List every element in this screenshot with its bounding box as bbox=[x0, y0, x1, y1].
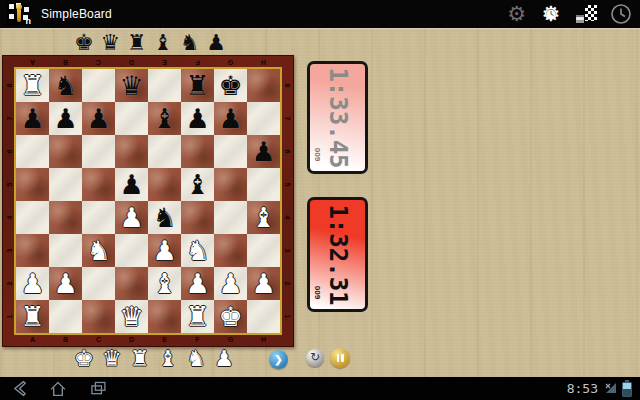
coord-label: 5 bbox=[271, 180, 304, 190]
square-c3[interactable]: ♞ bbox=[82, 234, 115, 267]
piece-wB-e2: ♝ bbox=[148, 267, 181, 300]
coord-label: 7 bbox=[271, 114, 304, 124]
square-d2[interactable] bbox=[115, 267, 148, 300]
floppy-icon bbox=[576, 15, 584, 23]
piece-wN-c3: ♞ bbox=[82, 234, 115, 267]
square-g8[interactable]: ♚ bbox=[214, 69, 247, 102]
square-f8[interactable]: ♜ bbox=[181, 69, 214, 102]
chevron-right-icon: ❯ bbox=[274, 354, 282, 365]
square-f3[interactable]: ♞ bbox=[181, 234, 214, 267]
square-c1[interactable] bbox=[82, 300, 115, 333]
clock-icon[interactable] bbox=[610, 3, 632, 25]
square-g6[interactable] bbox=[214, 135, 247, 168]
coord-label: 7 bbox=[0, 114, 26, 124]
square-g3[interactable] bbox=[214, 234, 247, 267]
coord-label: F bbox=[181, 335, 214, 345]
square-c6[interactable] bbox=[82, 135, 115, 168]
rank-labels-right: 87654321 bbox=[282, 69, 292, 333]
app-title: SimpleBoard bbox=[41, 7, 112, 21]
coord-label: 1 bbox=[0, 312, 26, 322]
coord-label: D bbox=[115, 335, 148, 345]
piece-bR-f8: ♜ bbox=[181, 69, 214, 102]
square-g7[interactable]: ♟ bbox=[214, 102, 247, 135]
system-clock[interactable]: 8:53 bbox=[567, 381, 598, 396]
rotate-button[interactable]: ↻ bbox=[306, 349, 324, 367]
piece-wP-f2: ♟ bbox=[181, 267, 214, 300]
chess-board: ABCDEFGH ABCDEFGH 87654321 87654321 ♜♞♛♜… bbox=[2, 55, 294, 347]
palette-piece-bK[interactable]: ♚ bbox=[74, 30, 94, 56]
coord-label: A bbox=[16, 57, 49, 67]
square-d5[interactable]: ♟ bbox=[115, 168, 148, 201]
palette-piece-wR[interactable]: ♜ bbox=[130, 345, 150, 372]
clock-black-control: 600 bbox=[313, 148, 322, 161]
piece-bP-d5: ♟ bbox=[115, 168, 148, 201]
square-g5[interactable] bbox=[214, 168, 247, 201]
square-f1[interactable]: ♜ bbox=[181, 300, 214, 333]
black-piece-palette: ♚♛♜♝♞♟ bbox=[74, 30, 226, 56]
square-c7[interactable]: ♟ bbox=[82, 102, 115, 135]
checkerboard-icon bbox=[585, 5, 597, 21]
coord-label: B bbox=[49, 335, 82, 345]
square-f7[interactable]: ♟ bbox=[181, 102, 214, 135]
piece-bB-f5: ♝ bbox=[181, 168, 214, 201]
square-g4[interactable] bbox=[214, 201, 247, 234]
square-d1[interactable]: ♛ bbox=[115, 300, 148, 333]
coord-label: B bbox=[49, 57, 82, 67]
piece-bP-b7: ♟ bbox=[49, 102, 82, 135]
coord-label: 8 bbox=[271, 81, 304, 91]
square-b3[interactable] bbox=[49, 234, 82, 267]
coord-label: 2 bbox=[0, 279, 26, 289]
signal-icon bbox=[605, 382, 618, 394]
piece-bN-e4: ♞ bbox=[148, 201, 181, 234]
coord-label: 3 bbox=[271, 246, 304, 256]
board-squares: ♜♞♛♜♚♟♟♟♝♟♟♟♟♝♟♞♝♞♟♞♟♟♝♟♟♟♜♛♜♚ bbox=[14, 67, 282, 335]
piece-wP-g2: ♟ bbox=[214, 267, 247, 300]
piece-wQ-d1: ♛ bbox=[115, 300, 148, 333]
piece-wP-d4: ♟ bbox=[115, 201, 148, 234]
piece-wR-f1: ♜ bbox=[181, 300, 214, 333]
recent-apps-button[interactable] bbox=[88, 379, 108, 398]
palette-piece-wQ[interactable]: ♛ bbox=[102, 345, 122, 372]
piece-bK-g8: ♚ bbox=[214, 69, 247, 102]
next-button[interactable]: ❯ bbox=[269, 350, 288, 369]
coord-label: 6 bbox=[0, 147, 26, 157]
piece-bN-b8: ♞ bbox=[49, 69, 82, 102]
coord-label: 1 bbox=[271, 312, 304, 322]
coord-label: 4 bbox=[0, 213, 26, 223]
square-g1[interactable]: ♚ bbox=[214, 300, 247, 333]
coord-label: 3 bbox=[0, 246, 26, 256]
square-b1[interactable] bbox=[49, 300, 82, 333]
square-e1[interactable] bbox=[148, 300, 181, 333]
pause-icon bbox=[337, 354, 340, 362]
home-button[interactable] bbox=[48, 379, 68, 398]
palette-piece-bR[interactable]: ♜ bbox=[127, 30, 147, 56]
square-e6[interactable] bbox=[148, 135, 181, 168]
piece-bP-c7: ♟ bbox=[82, 102, 115, 135]
palette-piece-bN[interactable]: ♞ bbox=[180, 30, 200, 56]
file-labels-top: ABCDEFGH bbox=[16, 57, 280, 67]
square-c5[interactable] bbox=[82, 168, 115, 201]
square-e4[interactable]: ♞ bbox=[148, 201, 181, 234]
coord-label: H bbox=[247, 57, 280, 67]
square-b6[interactable] bbox=[49, 135, 82, 168]
app-logo-icon: n bbox=[7, 3, 31, 25]
battery-icon bbox=[622, 382, 632, 397]
square-d6[interactable] bbox=[115, 135, 148, 168]
palette-piece-wP[interactable]: ♟ bbox=[214, 345, 234, 372]
square-e3[interactable]: ♟ bbox=[148, 234, 181, 267]
settings-gear-icon[interactable]: ⚙ bbox=[507, 0, 526, 28]
piece-bB-e7: ♝ bbox=[148, 102, 181, 135]
palette-piece-wK[interactable]: ♚ bbox=[74, 345, 94, 372]
square-c8[interactable] bbox=[82, 69, 115, 102]
coord-label: E bbox=[148, 57, 181, 67]
piece-wN-f3: ♞ bbox=[181, 234, 214, 267]
square-e7[interactable]: ♝ bbox=[148, 102, 181, 135]
coord-label: C bbox=[82, 57, 115, 67]
coord-label: G bbox=[214, 57, 247, 67]
coord-label: F bbox=[181, 57, 214, 67]
coord-label: 6 bbox=[271, 147, 304, 157]
square-d7[interactable] bbox=[115, 102, 148, 135]
square-b2[interactable]: ♟ bbox=[49, 267, 82, 300]
palette-piece-bQ[interactable]: ♛ bbox=[100, 30, 120, 56]
coord-label: 2 bbox=[271, 279, 304, 289]
clock-white[interactable]: 1:32.31 600 bbox=[307, 197, 368, 312]
square-f6[interactable] bbox=[181, 135, 214, 168]
square-d8[interactable]: ♛ bbox=[115, 69, 148, 102]
coord-label: H bbox=[247, 335, 280, 345]
square-b5[interactable] bbox=[49, 168, 82, 201]
square-f2[interactable]: ♟ bbox=[181, 267, 214, 300]
piece-wP-e3: ♟ bbox=[148, 234, 181, 267]
piece-bQ-d8: ♛ bbox=[115, 69, 148, 102]
square-f4[interactable] bbox=[181, 201, 214, 234]
palette-piece-wB[interactable]: ♝ bbox=[158, 345, 178, 372]
square-b8[interactable]: ♞ bbox=[49, 69, 82, 102]
piece-bP-f7: ♟ bbox=[181, 102, 214, 135]
clock-black[interactable]: 1:33.45 600 bbox=[307, 61, 368, 174]
back-button[interactable] bbox=[10, 379, 30, 398]
file-labels-bottom: ABCDEFGH bbox=[16, 335, 280, 345]
square-b7[interactable]: ♟ bbox=[49, 102, 82, 135]
save-board-icon[interactable] bbox=[576, 5, 597, 23]
palette-piece-bP[interactable]: ♟ bbox=[206, 30, 226, 56]
square-b4[interactable] bbox=[49, 201, 82, 234]
clock-white-control: 600 bbox=[313, 286, 322, 299]
square-e2[interactable]: ♝ bbox=[148, 267, 181, 300]
piece-wP-b2: ♟ bbox=[49, 267, 82, 300]
square-g2[interactable]: ♟ bbox=[214, 267, 247, 300]
coord-label: E bbox=[148, 335, 181, 345]
clock-settings-gear-icon[interactable]: ⚙ bbox=[539, 0, 563, 28]
piece-bP-g7: ♟ bbox=[214, 102, 247, 135]
system-bar: 8:53 bbox=[0, 377, 640, 400]
square-d3[interactable] bbox=[115, 234, 148, 267]
square-c4[interactable] bbox=[82, 201, 115, 234]
square-d4[interactable]: ♟ bbox=[115, 201, 148, 234]
action-bar: n SimpleBoard ⚙ ⚙ bbox=[0, 0, 640, 28]
rotate-icon: ↻ bbox=[310, 350, 320, 364]
white-piece-palette: ♚♛♜♝♞♟ bbox=[74, 345, 234, 372]
square-e5[interactable] bbox=[148, 168, 181, 201]
palette-piece-bB[interactable]: ♝ bbox=[153, 30, 173, 56]
coord-label: 5 bbox=[0, 180, 26, 190]
piece-wK-g1: ♚ bbox=[214, 300, 247, 333]
square-e8[interactable] bbox=[148, 69, 181, 102]
coord-label: C bbox=[82, 335, 115, 345]
clock-white-time: 1:32.31 bbox=[324, 204, 352, 305]
coord-label: 4 bbox=[271, 213, 304, 223]
coord-label: D bbox=[115, 57, 148, 67]
pause-button[interactable] bbox=[330, 348, 350, 368]
square-f5[interactable]: ♝ bbox=[181, 168, 214, 201]
rank-labels-left: 87654321 bbox=[4, 69, 14, 333]
clock-black-time: 1:33.45 bbox=[324, 67, 352, 168]
coord-label: A bbox=[16, 335, 49, 345]
coord-label: 8 bbox=[0, 81, 26, 91]
palette-piece-wN[interactable]: ♞ bbox=[186, 345, 206, 372]
mini-clock-icon bbox=[546, 9, 556, 19]
coord-label: G bbox=[214, 335, 247, 345]
square-c2[interactable] bbox=[82, 267, 115, 300]
